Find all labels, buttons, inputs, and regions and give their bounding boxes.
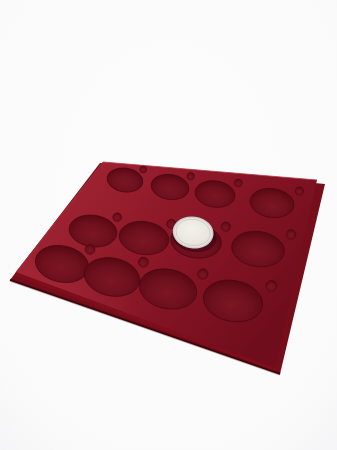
photo-canvas: Dark red flocked coin tray with 12 round… bbox=[0, 0, 337, 450]
coin-tray-photo: Dark red flocked coin tray with 12 round… bbox=[0, 0, 337, 450]
